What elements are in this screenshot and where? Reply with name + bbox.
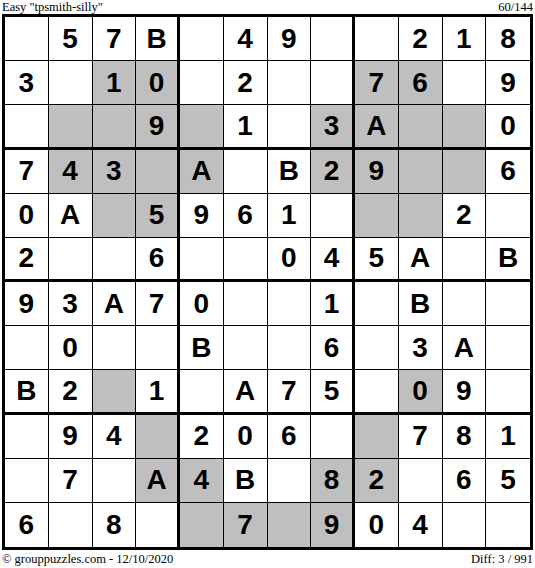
difficulty-label: Diff: 3 / 991: [471, 552, 533, 567]
cell-r3c10[interactable]: [399, 105, 443, 149]
cell-r6c7[interactable]: 0: [268, 238, 312, 282]
cell-r10c8[interactable]: [311, 415, 355, 459]
cell-r8c4[interactable]: [136, 326, 180, 370]
cell-r5c12[interactable]: [486, 194, 530, 238]
cell-r4c12[interactable]: 6: [486, 150, 530, 194]
cell-r12c2[interactable]: [49, 503, 93, 547]
cell-r10c11[interactable]: 8: [443, 415, 487, 459]
cell-r6c6[interactable]: [224, 238, 268, 282]
cell-r1c4[interactable]: B: [136, 17, 180, 61]
cell-r5c1[interactable]: 0: [5, 194, 49, 238]
cell-r8c8[interactable]: 6: [311, 326, 355, 370]
cell-r6c10[interactable]: A: [399, 238, 443, 282]
puzzle-page: Easy "tpsmith-silly" 60/144 57B492183102…: [0, 0, 535, 568]
copyright-date: © grouppuzzles.com - 12/10/2020: [2, 552, 173, 567]
cell-r1c10[interactable]: 2: [399, 17, 443, 61]
cell-r11c3[interactable]: [93, 459, 137, 503]
cell-r6c3[interactable]: [93, 238, 137, 282]
cell-r6c5[interactable]: [180, 238, 224, 282]
cell-r2c8[interactable]: [311, 61, 355, 105]
cell-r3c2[interactable]: [49, 105, 93, 149]
cell-r10c3[interactable]: 4: [93, 415, 137, 459]
cell-r8c9[interactable]: [355, 326, 399, 370]
cell-r3c7[interactable]: [268, 105, 312, 149]
cell-r5c3[interactable]: [93, 194, 137, 238]
cell-r8c2[interactable]: 0: [49, 326, 93, 370]
cell-r10c1[interactable]: [5, 415, 49, 459]
cell-r10c10[interactable]: 7: [399, 415, 443, 459]
cell-r9c3[interactable]: [93, 370, 137, 414]
cell-r7c8[interactable]: 1: [311, 282, 355, 326]
cell-r5c4[interactable]: 5: [136, 194, 180, 238]
cell-r6c8[interactable]: 4: [311, 238, 355, 282]
cell-r2c11[interactable]: [443, 61, 487, 105]
cell-r6c4[interactable]: 6: [136, 238, 180, 282]
cell-r6c11[interactable]: [443, 238, 487, 282]
cell-r8c11[interactable]: A: [443, 326, 487, 370]
cell-r10c6[interactable]: 0: [224, 415, 268, 459]
cell-r12c9[interactable]: 0: [355, 503, 399, 547]
cell-r12c5[interactable]: [180, 503, 224, 547]
cell-r1c6[interactable]: 4: [224, 17, 268, 61]
cell-r6c12[interactable]: B: [486, 238, 530, 282]
cell-r7c11[interactable]: [443, 282, 487, 326]
cell-r3c8[interactable]: 3: [311, 105, 355, 149]
cell-r11c7[interactable]: [268, 459, 312, 503]
header: Easy "tpsmith-silly" 60/144: [2, 0, 533, 14]
cell-r6c2[interactable]: [49, 238, 93, 282]
cell-r2c4[interactable]: 0: [136, 61, 180, 105]
cell-r7c2[interactable]: 3: [49, 282, 93, 326]
cell-r8c5[interactable]: B: [180, 326, 224, 370]
cell-r11c10[interactable]: [399, 459, 443, 503]
cell-r6c9[interactable]: 5: [355, 238, 399, 282]
cell-r11c5[interactable]: 4: [180, 459, 224, 503]
cell-r2c10[interactable]: 6: [399, 61, 443, 105]
cell-r8c12[interactable]: [486, 326, 530, 370]
cell-r1c11[interactable]: 1: [443, 17, 487, 61]
cell-r1c3[interactable]: 7: [93, 17, 137, 61]
cell-r10c12[interactable]: 1: [486, 415, 530, 459]
cell-r3c9[interactable]: A: [355, 105, 399, 149]
cell-r4c5[interactable]: A: [180, 150, 224, 194]
cell-r12c11[interactable]: [443, 503, 487, 547]
cell-r5c10[interactable]: [399, 194, 443, 238]
cell-r11c6[interactable]: B: [224, 459, 268, 503]
cell-r1c9[interactable]: [355, 17, 399, 61]
cell-r2c2[interactable]: [49, 61, 93, 105]
cell-r10c4[interactable]: [136, 415, 180, 459]
cell-r9c6[interactable]: A: [224, 370, 268, 414]
cell-r5c6[interactable]: 6: [224, 194, 268, 238]
cell-r4c9[interactable]: 9: [355, 150, 399, 194]
cell-r4c6[interactable]: [224, 150, 268, 194]
cell-r5c2[interactable]: A: [49, 194, 93, 238]
cell-r8c7[interactable]: [268, 326, 312, 370]
cell-r3c1[interactable]: [5, 105, 49, 149]
cell-r5c9[interactable]: [355, 194, 399, 238]
cell-r7c5[interactable]: 0: [180, 282, 224, 326]
cell-r6c1[interactable]: 2: [5, 238, 49, 282]
cell-r9c7[interactable]: 7: [268, 370, 312, 414]
cell-r4c8[interactable]: 2: [311, 150, 355, 194]
cell-r3c12[interactable]: 0: [486, 105, 530, 149]
cell-r2c5[interactable]: [180, 61, 224, 105]
cell-r8c3[interactable]: [93, 326, 137, 370]
cell-r1c8[interactable]: [311, 17, 355, 61]
cell-r7c3[interactable]: A: [93, 282, 137, 326]
cell-r9c9[interactable]: [355, 370, 399, 414]
cell-r9c8[interactable]: 5: [311, 370, 355, 414]
cell-r12c12[interactable]: [486, 503, 530, 547]
cell-r11c8[interactable]: 8: [311, 459, 355, 503]
cell-r3c6[interactable]: 1: [224, 105, 268, 149]
cell-r2c9[interactable]: 7: [355, 61, 399, 105]
cell-r12c6[interactable]: 7: [224, 503, 268, 547]
cell-r9c2[interactable]: 2: [49, 370, 93, 414]
cell-r7c1[interactable]: 9: [5, 282, 49, 326]
cell-r2c3[interactable]: 1: [93, 61, 137, 105]
cell-r11c12[interactable]: 5: [486, 459, 530, 503]
cell-r9c5[interactable]: [180, 370, 224, 414]
cell-r7c9[interactable]: [355, 282, 399, 326]
cell-r8c6[interactable]: [224, 326, 268, 370]
cell-r8c1[interactable]: [5, 326, 49, 370]
footer: © grouppuzzles.com - 12/10/2020 Diff: 3 …: [2, 552, 533, 567]
cell-r3c3[interactable]: [93, 105, 137, 149]
cell-r1c7[interactable]: 9: [268, 17, 312, 61]
cell-r1c1[interactable]: [5, 17, 49, 61]
cell-r2c7[interactable]: [268, 61, 312, 105]
cell-r10c2[interactable]: 9: [49, 415, 93, 459]
cell-r11c1[interactable]: [5, 459, 49, 503]
cell-r9c10[interactable]: 0: [399, 370, 443, 414]
cell-r7c7[interactable]: [268, 282, 312, 326]
cell-r12c10[interactable]: 4: [399, 503, 443, 547]
cell-r9c1[interactable]: B: [5, 370, 49, 414]
cell-r11c9[interactable]: 2: [355, 459, 399, 503]
cell-r9c11[interactable]: 9: [443, 370, 487, 414]
sudoku-board: 57B492183102769913A0743AB2960A5961226045…: [2, 14, 533, 550]
cell-r5c8[interactable]: [311, 194, 355, 238]
cell-r5c7[interactable]: 1: [268, 194, 312, 238]
cell-r1c2[interactable]: 5: [49, 17, 93, 61]
cell-r12c4[interactable]: [136, 503, 180, 547]
cell-r10c7[interactable]: 6: [268, 415, 312, 459]
cell-r3c11[interactable]: [443, 105, 487, 149]
cell-r2c6[interactable]: 2: [224, 61, 268, 105]
cell-r12c3[interactable]: 8: [93, 503, 137, 547]
cell-r7c10[interactable]: B: [399, 282, 443, 326]
cell-r5c5[interactable]: 9: [180, 194, 224, 238]
cell-r8c10[interactable]: 3: [399, 326, 443, 370]
cell-r1c12[interactable]: 8: [486, 17, 530, 61]
cell-r3c5[interactable]: [180, 105, 224, 149]
cell-r12c1[interactable]: 6: [5, 503, 49, 547]
cell-r4c4[interactable]: [136, 150, 180, 194]
cell-r3c4[interactable]: 9: [136, 105, 180, 149]
cell-r11c11[interactable]: 6: [443, 459, 487, 503]
cell-r4c11[interactable]: [443, 150, 487, 194]
puzzle-title: Easy "tpsmith-silly": [2, 0, 103, 14]
cell-r2c12[interactable]: 9: [486, 61, 530, 105]
cell-r12c8[interactable]: 9: [311, 503, 355, 547]
cell-r1c5[interactable]: [180, 17, 224, 61]
cell-r12c7[interactable]: [268, 503, 312, 547]
cell-r4c10[interactable]: [399, 150, 443, 194]
cell-r4c1[interactable]: 7: [5, 150, 49, 194]
cell-r4c3[interactable]: 3: [93, 150, 137, 194]
cell-r10c9[interactable]: [355, 415, 399, 459]
cell-r9c12[interactable]: [486, 370, 530, 414]
cell-r9c4[interactable]: 1: [136, 370, 180, 414]
cell-r7c6[interactable]: [224, 282, 268, 326]
cell-counter: 60/144: [498, 0, 533, 14]
cell-r4c7[interactable]: B: [268, 150, 312, 194]
cell-r2c1[interactable]: 3: [5, 61, 49, 105]
cell-r11c4[interactable]: A: [136, 459, 180, 503]
cell-r7c4[interactable]: 7: [136, 282, 180, 326]
cell-r11c2[interactable]: 7: [49, 459, 93, 503]
cell-r7c12[interactable]: [486, 282, 530, 326]
cell-r10c5[interactable]: 2: [180, 415, 224, 459]
cell-r4c2[interactable]: 4: [49, 150, 93, 194]
cell-r5c11[interactable]: 2: [443, 194, 487, 238]
